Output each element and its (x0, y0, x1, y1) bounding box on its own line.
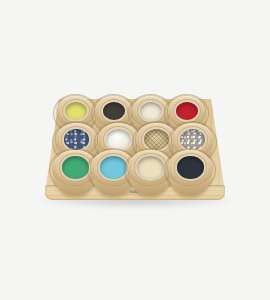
pot-content-sky-blue (100, 156, 127, 178)
pot-content-white-fluff (106, 129, 131, 150)
pot-content-yellow (65, 102, 87, 120)
pot-content-blue-sequins (64, 129, 89, 150)
pot-content-silver-glitter (180, 129, 205, 150)
pot-content-dark-grey (103, 102, 125, 120)
pot-content-white (140, 102, 162, 120)
pot-content-red (176, 102, 198, 120)
pot-content-gold-mesh (144, 129, 169, 150)
sensory-board-photo: tickit (0, 0, 270, 300)
pot-content-cream (137, 156, 164, 178)
pot-lid (168, 150, 212, 185)
pot-content-green (62, 156, 89, 178)
pot-content-charcoal (177, 156, 204, 178)
pot-r3c4[interactable] (168, 150, 212, 196)
